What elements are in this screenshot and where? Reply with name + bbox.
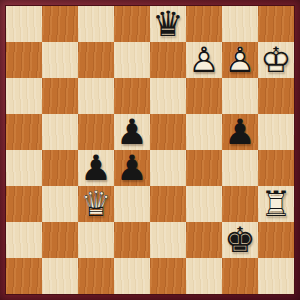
square-a6[interactable] xyxy=(6,78,42,114)
square-f5[interactable] xyxy=(186,114,222,150)
piece-white-rook-outline: ♖ xyxy=(258,186,294,222)
square-f7[interactable]: ♟♙ xyxy=(186,42,222,78)
square-e8[interactable]: ♛ xyxy=(150,6,186,42)
square-d8[interactable] xyxy=(114,6,150,42)
square-h8[interactable] xyxy=(258,6,294,42)
square-c4[interactable]: ♟ xyxy=(78,150,114,186)
piece-white-king[interactable]: ♚ xyxy=(258,42,294,78)
square-h2[interactable] xyxy=(258,222,294,258)
square-h3[interactable]: ♜♖ xyxy=(258,186,294,222)
square-b2[interactable] xyxy=(42,222,78,258)
piece-black-queen[interactable]: ♛ xyxy=(150,6,186,42)
square-b1[interactable] xyxy=(42,258,78,294)
square-a5[interactable] xyxy=(6,114,42,150)
board-frame: ♛♟♙♟♙♚♔♟♟♟♟♛♕♜♖♚ xyxy=(0,0,300,300)
square-e5[interactable] xyxy=(150,114,186,150)
square-h4[interactable] xyxy=(258,150,294,186)
square-g7[interactable]: ♟♙ xyxy=(222,42,258,78)
square-a4[interactable] xyxy=(6,150,42,186)
piece-white-pawn[interactable]: ♟ xyxy=(222,42,258,78)
square-d6[interactable] xyxy=(114,78,150,114)
piece-white-pawn[interactable]: ♟ xyxy=(186,42,222,78)
square-e4[interactable] xyxy=(150,150,186,186)
piece-black-king[interactable]: ♚ xyxy=(222,222,258,258)
square-g5[interactable]: ♟ xyxy=(222,114,258,150)
square-e1[interactable] xyxy=(150,258,186,294)
square-a7[interactable] xyxy=(6,42,42,78)
piece-white-queen[interactable]: ♛ xyxy=(78,186,114,222)
square-e3[interactable] xyxy=(150,186,186,222)
square-e7[interactable] xyxy=(150,42,186,78)
piece-white-queen-outline: ♕ xyxy=(78,186,114,222)
square-h1[interactable] xyxy=(258,258,294,294)
piece-black-pawn[interactable]: ♟ xyxy=(222,114,258,150)
square-b7[interactable] xyxy=(42,42,78,78)
square-d4[interactable]: ♟ xyxy=(114,150,150,186)
square-e2[interactable] xyxy=(150,222,186,258)
square-f2[interactable] xyxy=(186,222,222,258)
square-b3[interactable] xyxy=(42,186,78,222)
chess-diagram: ♛♟♙♟♙♚♔♟♟♟♟♛♕♜♖♚ xyxy=(0,0,300,300)
square-a8[interactable] xyxy=(6,6,42,42)
square-f6[interactable] xyxy=(186,78,222,114)
square-g2[interactable]: ♚ xyxy=(222,222,258,258)
piece-white-pawn-outline: ♙ xyxy=(186,42,222,78)
piece-black-pawn[interactable]: ♟ xyxy=(78,150,114,186)
square-g1[interactable] xyxy=(222,258,258,294)
square-d5[interactable]: ♟ xyxy=(114,114,150,150)
square-e6[interactable] xyxy=(150,78,186,114)
square-b6[interactable] xyxy=(42,78,78,114)
square-d1[interactable] xyxy=(114,258,150,294)
square-c6[interactable] xyxy=(78,78,114,114)
square-f8[interactable] xyxy=(186,6,222,42)
square-g3[interactable] xyxy=(222,186,258,222)
square-c7[interactable] xyxy=(78,42,114,78)
square-a3[interactable] xyxy=(6,186,42,222)
square-d7[interactable] xyxy=(114,42,150,78)
square-d3[interactable] xyxy=(114,186,150,222)
chess-board: ♛♟♙♟♙♚♔♟♟♟♟♛♕♜♖♚ xyxy=(6,6,294,294)
square-b4[interactable] xyxy=(42,150,78,186)
square-g8[interactable] xyxy=(222,6,258,42)
square-h5[interactable] xyxy=(258,114,294,150)
square-h7[interactable]: ♚♔ xyxy=(258,42,294,78)
square-c5[interactable] xyxy=(78,114,114,150)
piece-black-pawn[interactable]: ♟ xyxy=(114,114,150,150)
piece-black-pawn[interactable]: ♟ xyxy=(114,150,150,186)
square-c1[interactable] xyxy=(78,258,114,294)
square-h6[interactable] xyxy=(258,78,294,114)
square-f4[interactable] xyxy=(186,150,222,186)
piece-white-king-outline: ♔ xyxy=(258,42,294,78)
square-c3[interactable]: ♛♕ xyxy=(78,186,114,222)
square-a2[interactable] xyxy=(6,222,42,258)
square-b8[interactable] xyxy=(42,6,78,42)
piece-white-pawn-outline: ♙ xyxy=(222,42,258,78)
square-a1[interactable] xyxy=(6,258,42,294)
square-b5[interactable] xyxy=(42,114,78,150)
square-c8[interactable] xyxy=(78,6,114,42)
piece-white-rook[interactable]: ♜ xyxy=(258,186,294,222)
square-f1[interactable] xyxy=(186,258,222,294)
square-f3[interactable] xyxy=(186,186,222,222)
square-d2[interactable] xyxy=(114,222,150,258)
square-c2[interactable] xyxy=(78,222,114,258)
square-g4[interactable] xyxy=(222,150,258,186)
square-g6[interactable] xyxy=(222,78,258,114)
